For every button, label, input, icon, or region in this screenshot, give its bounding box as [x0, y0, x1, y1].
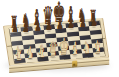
- square-d1: [48, 55, 60, 60]
- chess-set-photo: ♜♞♝♛♚♝♞♜♟♟♟♟♟♟♟♟♟♟♟♟♟♟♟♟♜♞♝♛♚♝♞♜: [0, 0, 119, 77]
- brass-clasp-icon: [72, 61, 77, 67]
- square-a1: [14, 58, 26, 63]
- square-e1: [59, 54, 71, 59]
- square-f1: [70, 54, 82, 59]
- square-h1: [93, 52, 105, 57]
- square-c1: [37, 56, 49, 61]
- square-b1: [25, 57, 37, 62]
- square-g1: [82, 53, 94, 58]
- chess-board: [9, 21, 104, 64]
